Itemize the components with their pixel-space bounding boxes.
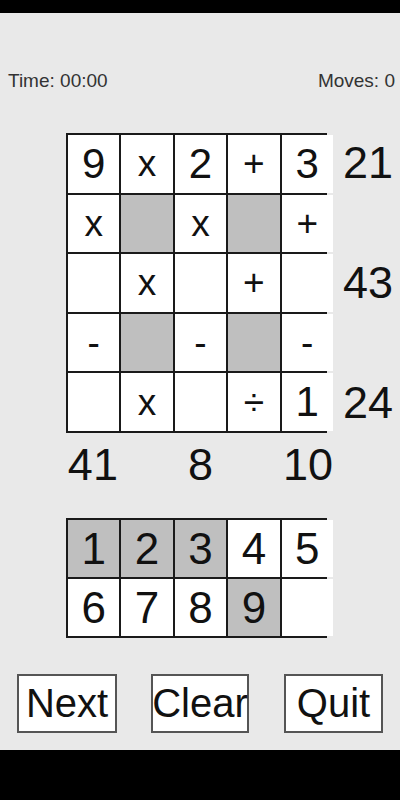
board-cell-blocked: [228, 314, 279, 372]
board-cell-given: 9: [68, 135, 119, 193]
board-cell-blocked: [228, 195, 279, 253]
board-cell-operator: x: [121, 135, 172, 193]
time-label: Time: 00:00: [8, 70, 108, 92]
puzzle-area: 9x2+3xx+x+---x÷1 214324 41810: [66, 133, 335, 433]
board-cell-operator: ÷: [228, 373, 279, 431]
board-cell-empty[interactable]: [282, 254, 333, 312]
board-cell-blocked: [121, 195, 172, 253]
tray-cell-used: 3: [175, 520, 226, 577]
tray-cell-used: 2: [121, 520, 172, 577]
tray-cell-number[interactable]: 8: [175, 579, 226, 636]
row-target: [343, 313, 400, 373]
board-cell-blocked: [121, 314, 172, 372]
tray-cell-used: 1: [68, 520, 119, 577]
col-target: 10: [281, 439, 335, 491]
col-target: [120, 439, 174, 491]
board-cell-operator: +: [228, 254, 279, 312]
row-targets: 214324: [343, 133, 400, 433]
col-target: [227, 439, 281, 491]
board-cell-operator: x: [121, 373, 172, 431]
board-cell-operator: -: [282, 314, 333, 372]
row-target: 43: [343, 253, 400, 313]
next-button[interactable]: Next: [17, 674, 117, 733]
board-cell-empty[interactable]: [175, 373, 226, 431]
col-targets: 41810: [66, 439, 335, 491]
tray-cell-used: 9: [228, 579, 279, 636]
moves-label: Moves: 0: [318, 70, 395, 92]
board-cell-operator: x: [121, 254, 172, 312]
board-cell-empty[interactable]: [175, 254, 226, 312]
top-black-bar: [0, 0, 400, 13]
board-cell-operator: +: [282, 195, 333, 253]
board-cell-operator: x: [68, 195, 119, 253]
tray-cell-number[interactable]: 7: [121, 579, 172, 636]
tray-cell-number[interactable]: 4: [228, 520, 279, 577]
board-cell-given: 1: [282, 373, 333, 431]
col-target: 8: [174, 439, 228, 491]
clear-button-label: Clear: [152, 681, 248, 726]
quit-button[interactable]: Quit: [284, 674, 383, 733]
board-cell-given: 2: [175, 135, 226, 193]
clear-button[interactable]: Clear: [151, 674, 249, 733]
board-cell-operator: -: [175, 314, 226, 372]
board-cell-empty[interactable]: [68, 254, 119, 312]
status-bar: Time: 00:00 Moves: 0: [8, 70, 395, 92]
row-target: 21: [343, 133, 400, 193]
board-cell-empty[interactable]: [68, 373, 119, 431]
puzzle-board: 9x2+3xx+x+---x÷1: [66, 133, 327, 433]
row-target: [343, 193, 400, 253]
col-target: 41: [66, 439, 120, 491]
tray-cell-number[interactable]: 6: [68, 579, 119, 636]
tray-cell-number[interactable]: 5: [282, 520, 333, 577]
board-cell-given: 3: [282, 135, 333, 193]
tray-cell-empty: [282, 579, 333, 636]
quit-button-label: Quit: [297, 681, 370, 726]
row-target: 24: [343, 373, 400, 433]
number-tray: 123456789: [66, 518, 327, 638]
board-cell-operator: +: [228, 135, 279, 193]
board-cell-operator: -: [68, 314, 119, 372]
bottom-black-bar: [0, 750, 400, 800]
board-cell-operator: x: [175, 195, 226, 253]
next-button-label: Next: [26, 681, 108, 726]
